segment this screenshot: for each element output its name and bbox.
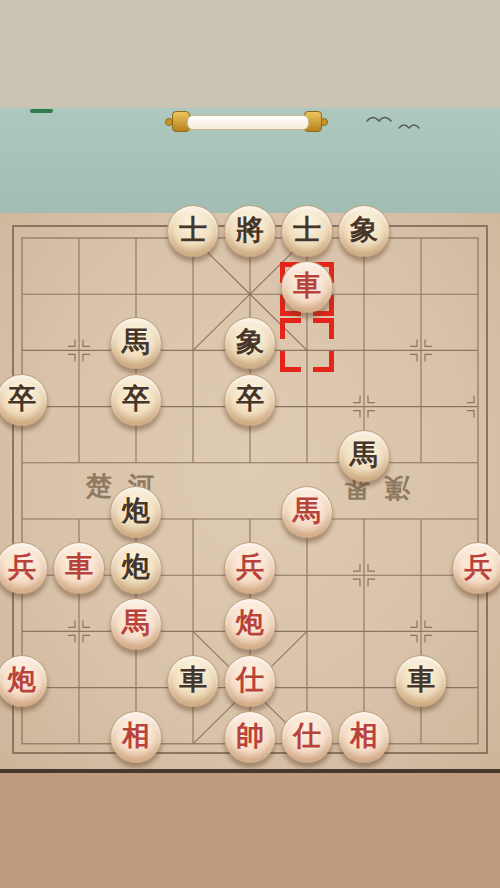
- piece-red-elephant[interactable]: 相: [110, 711, 162, 763]
- piece-red-cannon[interactable]: 炮: [0, 655, 48, 707]
- piece-glyph: 車: [293, 272, 321, 300]
- piece-glyph: 車: [179, 666, 207, 694]
- piece-red-king[interactable]: 帥: [224, 711, 276, 763]
- piece-black-advisor[interactable]: 士: [167, 205, 219, 257]
- birds-icon: [363, 112, 427, 136]
- bottom-band: [0, 773, 500, 888]
- piece-glyph: 馬: [122, 328, 150, 356]
- piece-glyph: 炮: [122, 497, 150, 525]
- piece-glyph: 卒: [236, 385, 264, 413]
- piece-glyph: 馬: [350, 441, 378, 469]
- piece-glyph: 車: [65, 553, 93, 581]
- piece-red-pawn[interactable]: 兵: [452, 542, 500, 594]
- piece-black-horse[interactable]: 馬: [338, 430, 390, 482]
- piece-red-horse[interactable]: 馬: [110, 598, 162, 650]
- green-dash-decoration: [30, 109, 53, 113]
- piece-red-advisor[interactable]: 仕: [224, 655, 276, 707]
- piece-red-chariot[interactable]: 車: [53, 542, 105, 594]
- piece-black-pawn[interactable]: 卒: [224, 374, 276, 426]
- piece-black-chariot[interactable]: 車: [167, 655, 219, 707]
- piece-black-advisor[interactable]: 士: [281, 205, 333, 257]
- piece-glyph: 仕: [236, 666, 264, 694]
- piece-glyph: 炮: [236, 609, 264, 637]
- piece-black-elephant[interactable]: 象: [224, 317, 276, 369]
- piece-glyph: 象: [236, 328, 264, 356]
- piece-black-horse[interactable]: 馬: [110, 317, 162, 369]
- piece-glyph: 卒: [122, 385, 150, 413]
- sky-background: [0, 108, 500, 213]
- piece-glyph: 帥: [236, 722, 264, 750]
- piece-black-elephant[interactable]: 象: [338, 205, 390, 257]
- game-screen: 楚河 漢界 士將士象馬象卒卒卒馬炮炮車車車馬兵車兵兵馬炮炮仕相帥仕相: [0, 0, 500, 888]
- piece-glyph: 兵: [236, 553, 264, 581]
- piece-glyph: 兵: [464, 553, 492, 581]
- piece-black-pawn[interactable]: 卒: [110, 374, 162, 426]
- top-band: [0, 0, 500, 108]
- piece-glyph: 炮: [122, 553, 150, 581]
- piece-red-cannon[interactable]: 炮: [224, 598, 276, 650]
- piece-black-pawn[interactable]: 卒: [0, 374, 48, 426]
- piece-black-chariot[interactable]: 車: [395, 655, 447, 707]
- piece-glyph: 相: [350, 722, 378, 750]
- piece-black-king[interactable]: 將: [224, 205, 276, 257]
- piece-red-horse[interactable]: 馬: [281, 486, 333, 538]
- piece-glyph: 象: [350, 216, 378, 244]
- piece-glyph: 炮: [8, 666, 36, 694]
- piece-glyph: 馬: [293, 497, 321, 525]
- piece-glyph: 馬: [122, 609, 150, 637]
- piece-glyph: 將: [236, 216, 264, 244]
- piece-glyph: 兵: [8, 553, 36, 581]
- piece-glyph: 卒: [8, 385, 36, 413]
- piece-glyph: 仕: [293, 722, 321, 750]
- piece-black-cannon[interactable]: 炮: [110, 486, 162, 538]
- piece-red-chariot[interactable]: 車: [281, 261, 333, 313]
- piece-red-pawn[interactable]: 兵: [224, 542, 276, 594]
- piece-glyph: 士: [293, 216, 321, 244]
- banner-bar: [187, 115, 309, 130]
- piece-glyph: 士: [179, 216, 207, 244]
- piece-red-advisor[interactable]: 仕: [281, 711, 333, 763]
- piece-glyph: 相: [122, 722, 150, 750]
- piece-glyph: 車: [407, 666, 435, 694]
- piece-red-elephant[interactable]: 相: [338, 711, 390, 763]
- piece-black-cannon[interactable]: 炮: [110, 542, 162, 594]
